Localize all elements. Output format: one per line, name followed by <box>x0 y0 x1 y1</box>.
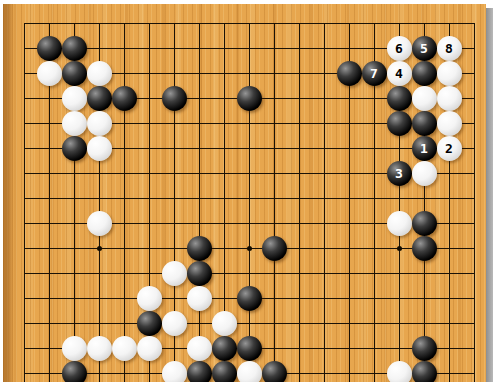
board-point[interactable] <box>37 336 62 361</box>
board-point[interactable] <box>237 336 262 361</box>
board-point[interactable] <box>12 111 37 136</box>
board-point[interactable] <box>187 211 212 236</box>
board-point[interactable] <box>437 86 462 111</box>
board-point[interactable] <box>137 236 162 261</box>
board-point[interactable] <box>137 261 162 286</box>
board-point[interactable] <box>187 286 212 311</box>
board-point[interactable] <box>62 336 87 361</box>
board-point[interactable] <box>287 136 312 161</box>
board-point[interactable] <box>312 36 337 61</box>
board-point[interactable] <box>437 61 462 86</box>
board-point[interactable] <box>287 11 312 36</box>
board-point[interactable] <box>337 336 362 361</box>
board-point[interactable] <box>112 186 137 211</box>
board-point[interactable] <box>87 336 112 361</box>
board-point[interactable] <box>212 186 237 211</box>
board-point[interactable] <box>137 211 162 236</box>
board-point[interactable] <box>262 361 287 382</box>
board-point[interactable] <box>437 311 462 336</box>
board-point[interactable] <box>62 261 87 286</box>
board-point[interactable] <box>112 86 137 111</box>
board-point[interactable] <box>412 161 437 186</box>
board-point[interactable] <box>437 186 462 211</box>
board-point[interactable] <box>337 61 362 86</box>
board-point[interactable] <box>162 361 187 382</box>
board-point[interactable] <box>387 261 412 286</box>
board-point[interactable] <box>162 211 187 236</box>
board-point[interactable] <box>462 186 487 211</box>
board-point[interactable] <box>262 236 287 261</box>
board-point[interactable] <box>237 161 262 186</box>
board-point[interactable] <box>412 211 437 236</box>
board-point[interactable] <box>87 311 112 336</box>
board-point[interactable] <box>312 336 337 361</box>
board-point[interactable] <box>137 11 162 36</box>
board-point[interactable] <box>62 86 87 111</box>
board-point[interactable] <box>262 261 287 286</box>
board-point[interactable] <box>12 211 37 236</box>
board-point[interactable] <box>287 111 312 136</box>
board-point[interactable] <box>37 186 62 211</box>
board-point[interactable] <box>62 61 87 86</box>
board-point[interactable] <box>12 261 37 286</box>
board-point[interactable] <box>262 136 287 161</box>
board-point[interactable] <box>162 61 187 86</box>
board-point[interactable] <box>112 136 137 161</box>
board-point[interactable] <box>462 61 487 86</box>
board-point[interactable] <box>12 286 37 311</box>
board-point[interactable] <box>37 36 62 61</box>
board-point[interactable] <box>137 336 162 361</box>
board-point[interactable] <box>362 211 387 236</box>
board-point[interactable] <box>362 61 387 86</box>
board-point[interactable] <box>137 161 162 186</box>
board-point[interactable] <box>137 111 162 136</box>
board-point[interactable] <box>212 236 237 261</box>
board-point[interactable] <box>387 236 412 261</box>
board-point[interactable] <box>187 311 212 336</box>
board-point[interactable] <box>387 36 412 61</box>
go-board-diagram: 65874123 <box>0 0 500 382</box>
board-point[interactable] <box>87 61 112 86</box>
board-point[interactable] <box>437 286 462 311</box>
board-point[interactable] <box>337 111 362 136</box>
board-point[interactable] <box>337 36 362 61</box>
board-point[interactable] <box>162 186 187 211</box>
board-point[interactable] <box>312 61 337 86</box>
board-point[interactable] <box>187 261 212 286</box>
board-point[interactable] <box>462 311 487 336</box>
board-point[interactable] <box>312 311 337 336</box>
board-point[interactable] <box>387 86 412 111</box>
board-point[interactable] <box>287 161 312 186</box>
board-point[interactable] <box>362 361 387 382</box>
board-point[interactable] <box>362 286 387 311</box>
board-point[interactable] <box>237 36 262 61</box>
board-point[interactable] <box>112 361 137 382</box>
board-shadow <box>486 8 493 382</box>
board-point[interactable] <box>87 211 112 236</box>
board-point[interactable] <box>37 311 62 336</box>
board-point[interactable] <box>62 186 87 211</box>
board-point[interactable] <box>137 286 162 311</box>
board-point[interactable] <box>12 161 37 186</box>
board-point[interactable] <box>87 361 112 382</box>
board-point[interactable] <box>87 11 112 36</box>
board-point[interactable] <box>237 211 262 236</box>
board-point[interactable] <box>287 186 312 211</box>
board-point[interactable] <box>337 186 362 211</box>
board-point[interactable] <box>437 111 462 136</box>
board-point[interactable] <box>312 286 337 311</box>
board-point[interactable] <box>462 211 487 236</box>
board-point[interactable] <box>262 11 287 36</box>
board-point[interactable] <box>137 136 162 161</box>
board-point[interactable] <box>312 11 337 36</box>
board-point[interactable] <box>212 211 237 236</box>
board-point[interactable] <box>387 361 412 382</box>
board-point[interactable] <box>62 111 87 136</box>
board-point[interactable] <box>462 286 487 311</box>
board-point[interactable] <box>87 286 112 311</box>
board-point[interactable] <box>312 161 337 186</box>
board-point[interactable] <box>287 211 312 236</box>
board-point[interactable] <box>112 111 137 136</box>
board-point[interactable] <box>187 136 212 161</box>
board-point[interactable] <box>137 186 162 211</box>
board-point[interactable] <box>162 286 187 311</box>
board-point[interactable] <box>387 186 412 211</box>
board-point[interactable] <box>162 336 187 361</box>
board-point[interactable] <box>37 136 62 161</box>
board-point[interactable] <box>437 11 462 36</box>
board-point[interactable] <box>287 61 312 86</box>
board-point[interactable] <box>12 61 37 86</box>
board-point[interactable] <box>37 261 62 286</box>
board-point[interactable] <box>187 36 212 61</box>
board-point[interactable] <box>237 261 262 286</box>
board-point[interactable] <box>362 36 387 61</box>
board-point[interactable] <box>187 361 212 382</box>
board-point[interactable] <box>362 236 387 261</box>
board-point[interactable] <box>387 336 412 361</box>
board-point[interactable] <box>187 186 212 211</box>
board-point[interactable] <box>337 136 362 161</box>
board-point[interactable] <box>312 186 337 211</box>
board-point[interactable] <box>412 136 437 161</box>
board-point[interactable] <box>137 361 162 382</box>
board-point[interactable] <box>212 361 237 382</box>
board-point[interactable] <box>462 11 487 36</box>
board-point[interactable] <box>312 136 337 161</box>
board-point[interactable] <box>412 311 437 336</box>
board-point[interactable] <box>87 86 112 111</box>
board-point[interactable] <box>212 261 237 286</box>
board-point[interactable] <box>312 211 337 236</box>
board-point[interactable] <box>437 136 462 161</box>
board-point[interactable] <box>187 111 212 136</box>
board-point[interactable] <box>212 86 237 111</box>
board-point[interactable] <box>312 111 337 136</box>
board-point[interactable] <box>362 161 387 186</box>
board-point[interactable] <box>262 211 287 236</box>
board-point[interactable] <box>162 236 187 261</box>
board-point[interactable] <box>337 361 362 382</box>
board-point[interactable] <box>362 261 387 286</box>
board-point[interactable] <box>187 86 212 111</box>
board-point[interactable] <box>87 161 112 186</box>
board-point[interactable] <box>162 136 187 161</box>
board-point[interactable] <box>462 361 487 382</box>
board-point[interactable] <box>387 11 412 36</box>
board-point[interactable] <box>412 11 437 36</box>
board-point[interactable] <box>62 211 87 236</box>
board-point[interactable] <box>412 111 437 136</box>
board-point[interactable] <box>137 36 162 61</box>
board-point[interactable] <box>337 11 362 36</box>
board-point[interactable] <box>237 286 262 311</box>
board-point[interactable] <box>337 86 362 111</box>
board-point[interactable] <box>37 161 62 186</box>
board-point[interactable] <box>387 211 412 236</box>
board-point[interactable] <box>362 136 387 161</box>
board-point[interactable] <box>137 86 162 111</box>
board-point[interactable] <box>387 311 412 336</box>
board-point[interactable] <box>437 336 462 361</box>
board-point[interactable] <box>262 36 287 61</box>
board-point[interactable] <box>262 286 287 311</box>
board-point[interactable] <box>437 161 462 186</box>
board-point[interactable] <box>187 11 212 36</box>
board-point[interactable] <box>462 111 487 136</box>
board-point[interactable] <box>437 261 462 286</box>
board-point[interactable] <box>387 136 412 161</box>
board-point[interactable] <box>337 286 362 311</box>
board-point[interactable] <box>412 186 437 211</box>
board-point[interactable] <box>337 261 362 286</box>
board-point[interactable] <box>262 161 287 186</box>
board-grid <box>12 11 487 382</box>
board-point[interactable] <box>412 36 437 61</box>
board-point[interactable] <box>412 86 437 111</box>
board-point[interactable] <box>387 286 412 311</box>
board-point[interactable] <box>212 61 237 86</box>
board-point[interactable] <box>362 11 387 36</box>
board-point[interactable] <box>237 111 262 136</box>
board-point[interactable] <box>62 11 87 36</box>
board-point[interactable] <box>337 236 362 261</box>
board-point[interactable] <box>287 336 312 361</box>
board-point[interactable] <box>462 261 487 286</box>
board-point[interactable] <box>262 61 287 86</box>
board-point[interactable] <box>237 311 262 336</box>
board-point[interactable] <box>112 61 137 86</box>
board-point[interactable] <box>387 111 412 136</box>
board-point[interactable] <box>262 186 287 211</box>
board-point[interactable] <box>437 211 462 236</box>
board-point[interactable] <box>12 136 37 161</box>
board-point[interactable] <box>62 361 87 382</box>
board-point[interactable] <box>287 36 312 61</box>
board-point[interactable] <box>237 61 262 86</box>
board-point[interactable] <box>112 161 137 186</box>
board-point[interactable] <box>462 336 487 361</box>
board-point[interactable] <box>112 311 137 336</box>
board-point[interactable] <box>87 136 112 161</box>
board-point[interactable] <box>162 311 187 336</box>
board-point[interactable] <box>112 261 137 286</box>
board-point[interactable] <box>412 261 437 286</box>
board-point[interactable] <box>12 86 37 111</box>
board-point[interactable] <box>212 286 237 311</box>
board-point[interactable] <box>62 161 87 186</box>
board-point[interactable] <box>112 236 137 261</box>
board-point[interactable] <box>362 186 387 211</box>
board-point[interactable] <box>12 336 37 361</box>
board-point[interactable] <box>212 11 237 36</box>
board-point[interactable] <box>112 286 137 311</box>
board-point[interactable] <box>287 361 312 382</box>
board-point[interactable] <box>87 261 112 286</box>
board-point[interactable] <box>312 86 337 111</box>
board-point[interactable] <box>287 261 312 286</box>
board-point[interactable] <box>412 361 437 382</box>
board-point[interactable] <box>62 136 87 161</box>
board-point[interactable] <box>287 86 312 111</box>
board-point[interactable] <box>212 161 237 186</box>
board-point[interactable] <box>112 11 137 36</box>
board-point[interactable] <box>137 61 162 86</box>
board-point[interactable] <box>162 261 187 286</box>
board-point[interactable] <box>62 36 87 61</box>
board-point[interactable] <box>387 61 412 86</box>
board-point[interactable] <box>162 86 187 111</box>
board-point[interactable] <box>162 11 187 36</box>
board-point[interactable] <box>287 286 312 311</box>
board-point[interactable] <box>287 236 312 261</box>
board-point[interactable] <box>162 36 187 61</box>
board-point[interactable] <box>312 261 337 286</box>
board-point[interactable] <box>37 286 62 311</box>
board-point[interactable] <box>62 286 87 311</box>
board-point[interactable] <box>87 186 112 211</box>
board-point[interactable] <box>162 111 187 136</box>
board-point[interactable] <box>87 236 112 261</box>
board-point[interactable] <box>112 211 137 236</box>
board-point[interactable] <box>187 61 212 86</box>
board-point[interactable] <box>337 161 362 186</box>
board-point[interactable] <box>362 336 387 361</box>
board-point[interactable] <box>462 161 487 186</box>
board-point[interactable] <box>412 236 437 261</box>
board-point[interactable] <box>87 36 112 61</box>
board-point[interactable] <box>12 11 37 36</box>
board-point[interactable] <box>212 111 237 136</box>
board-point[interactable] <box>462 236 487 261</box>
board-point[interactable] <box>412 61 437 86</box>
board-point[interactable] <box>62 236 87 261</box>
board-point[interactable] <box>37 236 62 261</box>
board-point[interactable] <box>112 336 137 361</box>
board-point[interactable] <box>12 236 37 261</box>
board-point[interactable] <box>262 311 287 336</box>
board-point[interactable] <box>212 36 237 61</box>
board-point[interactable] <box>62 311 87 336</box>
board-point[interactable] <box>262 336 287 361</box>
board-point[interactable] <box>237 86 262 111</box>
board-point[interactable] <box>287 311 312 336</box>
board-point[interactable] <box>187 236 212 261</box>
board-point[interactable] <box>362 311 387 336</box>
board-point[interactable] <box>12 311 37 336</box>
board-point[interactable] <box>237 186 262 211</box>
board-point[interactable] <box>437 236 462 261</box>
board-point[interactable] <box>37 61 62 86</box>
board-point[interactable] <box>337 211 362 236</box>
board-point[interactable] <box>212 136 237 161</box>
board-point[interactable] <box>337 311 362 336</box>
board-point[interactable] <box>37 86 62 111</box>
board-point[interactable] <box>262 86 287 111</box>
board-point[interactable] <box>12 36 37 61</box>
board-point[interactable] <box>437 361 462 382</box>
board-point[interactable] <box>437 36 462 61</box>
board-point[interactable] <box>212 311 237 336</box>
board-point[interactable] <box>462 86 487 111</box>
board-point[interactable] <box>312 236 337 261</box>
board-point[interactable] <box>37 361 62 382</box>
board-point[interactable] <box>162 161 187 186</box>
board-point[interactable] <box>262 111 287 136</box>
board-point[interactable] <box>12 361 37 382</box>
board-point[interactable] <box>462 36 487 61</box>
board-point[interactable] <box>237 236 262 261</box>
board-point[interactable] <box>187 161 212 186</box>
board-point[interactable] <box>87 111 112 136</box>
board-point[interactable] <box>187 336 212 361</box>
board-point[interactable] <box>412 336 437 361</box>
board-point[interactable] <box>237 361 262 382</box>
board-point[interactable] <box>12 186 37 211</box>
board-point[interactable] <box>412 286 437 311</box>
board-point[interactable] <box>112 36 137 61</box>
board-point[interactable] <box>37 111 62 136</box>
board-point[interactable] <box>362 86 387 111</box>
board-point[interactable] <box>237 11 262 36</box>
board-point[interactable] <box>237 136 262 161</box>
board-point[interactable] <box>312 361 337 382</box>
board-point[interactable] <box>37 211 62 236</box>
board-point[interactable] <box>212 336 237 361</box>
board-point[interactable] <box>362 111 387 136</box>
board-point[interactable] <box>37 11 62 36</box>
board-point[interactable] <box>137 311 162 336</box>
board-point[interactable] <box>462 136 487 161</box>
board-point[interactable] <box>387 161 412 186</box>
